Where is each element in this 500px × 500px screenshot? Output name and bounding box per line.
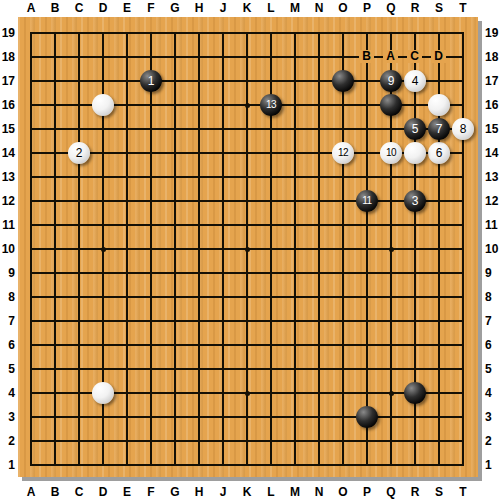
white-stone-O14: 12 <box>332 142 354 164</box>
row-label-left-8: 8 <box>0 289 15 305</box>
stone-number: 12 <box>338 148 348 158</box>
column-label-bottom-P: P <box>355 484 379 500</box>
column-label-top-F: F <box>139 0 163 16</box>
row-label-right-16: 16 <box>485 97 500 113</box>
stone-number: 2 <box>76 147 83 159</box>
column-label-bottom-G: G <box>163 484 187 500</box>
row-label-right-4: 4 <box>485 385 500 401</box>
column-label-top-B: B <box>43 0 67 16</box>
row-label-left-3: 3 <box>0 409 15 425</box>
black-stone-P3 <box>356 406 378 428</box>
black-stone-R15: 5 <box>404 118 426 140</box>
column-label-top-S: S <box>427 0 451 16</box>
column-label-top-L: L <box>259 0 283 16</box>
row-label-left-18: 18 <box>0 49 15 65</box>
white-stone-D4 <box>92 382 114 404</box>
column-label-bottom-M: M <box>283 484 307 500</box>
row-label-left-19: 19 <box>0 25 15 41</box>
column-label-top-Q: Q <box>379 0 403 16</box>
row-label-right-12: 12 <box>485 193 500 209</box>
row-label-left-12: 12 <box>0 193 15 209</box>
star-point-D10 <box>101 247 106 252</box>
grid-line-vertical <box>462 32 464 466</box>
column-label-top-O: O <box>331 0 355 16</box>
stone-number: 1 <box>148 75 155 87</box>
white-stone-T15: 8 <box>452 118 474 140</box>
column-label-top-N: N <box>307 0 331 16</box>
star-point-K16 <box>245 103 250 108</box>
column-label-bottom-R: R <box>403 484 427 500</box>
row-label-left-4: 4 <box>0 385 15 401</box>
column-label-top-A: A <box>19 0 43 16</box>
column-label-bottom-S: S <box>427 484 451 500</box>
column-label-bottom-H: H <box>187 484 211 500</box>
black-stone-R4 <box>404 382 426 404</box>
row-label-right-3: 3 <box>485 409 500 425</box>
column-label-top-P: P <box>355 0 379 16</box>
grid-line-horizontal <box>30 464 464 466</box>
column-label-top-H: H <box>187 0 211 16</box>
row-label-right-2: 2 <box>485 433 500 449</box>
column-label-top-M: M <box>283 0 307 16</box>
go-board-surface[interactable]: 12345678910111213BACD <box>18 17 478 477</box>
row-label-right-13: 13 <box>485 169 500 185</box>
row-label-right-14: 14 <box>485 145 500 161</box>
star-point-Q10 <box>389 247 394 252</box>
column-label-top-J: J <box>211 0 235 16</box>
row-label-left-2: 2 <box>0 433 15 449</box>
white-stone-C14: 2 <box>68 142 90 164</box>
stone-number: 3 <box>412 195 419 207</box>
column-label-top-K: K <box>235 0 259 16</box>
column-label-bottom-A: A <box>19 484 43 500</box>
row-label-right-17: 17 <box>485 73 500 89</box>
row-label-right-8: 8 <box>485 289 500 305</box>
row-label-left-13: 13 <box>0 169 15 185</box>
grid-line-horizontal <box>30 272 464 274</box>
row-label-left-9: 9 <box>0 265 15 281</box>
go-diagram: ABCDEFGHJKLMNOPQRST ABCDEFGHJKLMNOPQRST … <box>0 0 500 500</box>
annotation-label-A: A <box>383 50 398 63</box>
white-stone-S14: 6 <box>428 142 450 164</box>
black-stone-P12: 11 <box>356 190 378 212</box>
row-label-right-5: 5 <box>485 361 500 377</box>
grid-line-vertical <box>294 32 296 466</box>
row-label-left-10: 10 <box>0 241 15 257</box>
stone-number: 4 <box>412 75 419 87</box>
column-label-bottom-J: J <box>211 484 235 500</box>
row-label-right-7: 7 <box>485 313 500 329</box>
annotation-label-D: D <box>431 50 446 63</box>
black-stone-R12: 3 <box>404 190 426 212</box>
black-stone-Q16 <box>380 94 402 116</box>
column-label-top-D: D <box>91 0 115 16</box>
stone-number: 13 <box>266 100 276 110</box>
grid-line-horizontal <box>30 368 464 370</box>
row-label-right-11: 11 <box>485 217 500 233</box>
stone-number: 7 <box>436 123 443 135</box>
grid-line-horizontal <box>30 320 464 322</box>
column-label-bottom-T: T <box>451 484 475 500</box>
stone-number: 8 <box>460 123 467 135</box>
annotation-label-B: B <box>359 50 374 63</box>
row-label-right-9: 9 <box>485 265 500 281</box>
stone-number: 5 <box>412 123 419 135</box>
column-label-top-T: T <box>451 0 475 16</box>
column-label-bottom-F: F <box>139 484 163 500</box>
column-label-bottom-C: C <box>67 484 91 500</box>
row-label-left-7: 7 <box>0 313 15 329</box>
stone-number: 10 <box>386 148 396 158</box>
column-label-bottom-B: B <box>43 484 67 500</box>
white-stone-Q14: 10 <box>380 142 402 164</box>
column-label-bottom-D: D <box>91 484 115 500</box>
stone-number: 9 <box>388 75 395 87</box>
grid-line-vertical <box>318 32 320 466</box>
column-label-bottom-Q: Q <box>379 484 403 500</box>
column-label-top-G: G <box>163 0 187 16</box>
black-stone-F17: 1 <box>140 70 162 92</box>
white-stone-R17: 4 <box>404 70 426 92</box>
row-label-left-14: 14 <box>0 145 15 161</box>
column-label-top-C: C <box>67 0 91 16</box>
row-label-right-10: 10 <box>485 241 500 257</box>
column-label-bottom-K: K <box>235 484 259 500</box>
star-point-K10 <box>245 247 250 252</box>
column-label-bottom-L: L <box>259 484 283 500</box>
grid-line-horizontal <box>30 440 464 442</box>
annotation-label-C: C <box>407 50 422 63</box>
column-label-bottom-E: E <box>115 484 139 500</box>
black-stone-L16: 13 <box>260 94 282 116</box>
column-label-top-E: E <box>115 0 139 16</box>
row-label-right-18: 18 <box>485 49 500 65</box>
black-stone-S15: 7 <box>428 118 450 140</box>
star-point-Q4 <box>389 391 394 396</box>
column-label-top-R: R <box>403 0 427 16</box>
column-label-bottom-N: N <box>307 484 331 500</box>
star-point-K4 <box>245 391 250 396</box>
black-stone-O17 <box>332 70 354 92</box>
row-label-right-1: 1 <box>485 457 500 473</box>
row-label-left-11: 11 <box>0 217 15 233</box>
grid-line-vertical <box>366 32 368 466</box>
white-stone-R14 <box>404 142 426 164</box>
grid-line-vertical <box>342 32 344 466</box>
row-label-left-1: 1 <box>0 457 15 473</box>
grid-line-horizontal <box>30 344 464 346</box>
stone-number: 11 <box>362 196 371 206</box>
row-label-right-6: 6 <box>485 337 500 353</box>
grid-line-horizontal <box>30 296 464 298</box>
row-label-left-5: 5 <box>0 361 15 377</box>
row-label-left-15: 15 <box>0 121 15 137</box>
row-label-left-6: 6 <box>0 337 15 353</box>
row-label-right-19: 19 <box>485 25 500 41</box>
white-stone-S16 <box>428 94 450 116</box>
black-stone-Q17: 9 <box>380 70 402 92</box>
row-label-left-16: 16 <box>0 97 15 113</box>
column-label-bottom-O: O <box>331 484 355 500</box>
stone-number: 6 <box>436 147 443 159</box>
row-label-right-15: 15 <box>485 121 500 137</box>
row-label-left-17: 17 <box>0 73 15 89</box>
grid-line-horizontal <box>30 416 464 418</box>
white-stone-D16 <box>92 94 114 116</box>
